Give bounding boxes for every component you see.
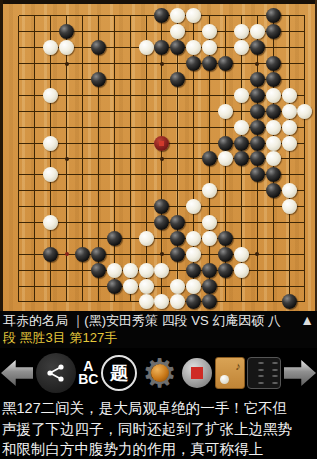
board-cell[interactable] [265,8,281,24]
board-cell[interactable] [265,119,281,135]
board-cell[interactable] [43,294,59,310]
board-cell[interactable] [122,183,138,199]
board-cell[interactable] [43,135,59,151]
board-cell[interactable] [218,103,234,119]
board-cell[interactable] [233,199,249,215]
board-cell[interactable] [297,167,313,183]
board-cell[interactable] [59,72,75,88]
board-cell[interactable] [170,40,186,56]
board-cell[interactable] [106,103,122,119]
board-cell[interactable] [233,135,249,151]
board-cell[interactable] [138,87,154,103]
board-cell[interactable] [154,135,170,151]
board-cell[interactable] [138,215,154,231]
board-view-button[interactable]: ♪ [215,357,245,389]
board-cell[interactable] [233,40,249,56]
board-cell[interactable] [90,278,106,294]
board-cell[interactable] [106,24,122,40]
board-cell[interactable] [170,24,186,40]
board-cell[interactable] [43,199,59,215]
board-cell[interactable] [59,119,75,135]
prev-move-button[interactable] [1,360,33,386]
board-cell[interactable] [233,119,249,135]
board-cell[interactable] [138,262,154,278]
settings-button[interactable]: ⚙ [140,353,180,393]
board-cell[interactable] [138,8,154,24]
board-cell[interactable] [249,246,265,262]
game-list-button[interactable] [247,357,281,389]
board-cell[interactable] [75,294,91,310]
board-cell[interactable] [11,40,27,56]
board-cell[interactable] [154,167,170,183]
board-cell[interactable] [218,199,234,215]
board-cell[interactable] [90,215,106,231]
board-cell[interactable] [138,135,154,151]
board-cell[interactable] [75,151,91,167]
board-cell[interactable] [90,56,106,72]
board-cell[interactable] [75,56,91,72]
board-cell[interactable] [281,56,297,72]
board-cell[interactable] [154,151,170,167]
board-cell[interactable] [75,183,91,199]
board-cell[interactable] [122,262,138,278]
board-cell[interactable] [43,8,59,24]
board-cell[interactable] [281,87,297,103]
board-cell[interactable] [43,278,59,294]
board-cell[interactable] [11,294,27,310]
board-cell[interactable] [122,72,138,88]
board-cell[interactable] [154,183,170,199]
board-cell[interactable] [170,135,186,151]
board-cell[interactable] [281,294,297,310]
board-cell[interactable] [90,183,106,199]
board-cell[interactable] [297,246,313,262]
board-cell[interactable] [75,262,91,278]
board-cell[interactable] [186,215,202,231]
board-cell[interactable] [154,230,170,246]
board-cell[interactable] [11,183,27,199]
board-cell[interactable] [138,151,154,167]
board-cell[interactable] [27,119,43,135]
board-cell[interactable] [170,199,186,215]
board-cell[interactable] [249,294,265,310]
next-move-button[interactable] [284,360,316,386]
board-cell[interactable] [90,103,106,119]
board-cell[interactable] [265,230,281,246]
board-cell[interactable] [75,72,91,88]
board-cell[interactable] [59,40,75,56]
board-cell[interactable] [106,262,122,278]
board-cell[interactable] [90,151,106,167]
board-cell[interactable] [90,230,106,246]
board-cell[interactable] [202,230,218,246]
board-cell[interactable] [297,8,313,24]
board-cell[interactable] [218,215,234,231]
board-cell[interactable] [233,246,249,262]
board-cell[interactable] [186,103,202,119]
board-cell[interactable] [233,278,249,294]
board-cell[interactable] [281,246,297,262]
board-cell[interactable] [122,278,138,294]
board-cell[interactable] [186,278,202,294]
board-cell[interactable] [297,183,313,199]
board-cell[interactable] [27,199,43,215]
board-cell[interactable] [106,183,122,199]
board-cell[interactable] [218,278,234,294]
board-cell[interactable] [90,24,106,40]
board-cell[interactable] [154,199,170,215]
board-cell[interactable] [186,183,202,199]
board-cell[interactable] [281,151,297,167]
board-cell[interactable] [75,278,91,294]
board-cell[interactable] [170,294,186,310]
board-cell[interactable] [202,183,218,199]
board-cell[interactable] [106,56,122,72]
board-cell[interactable] [233,167,249,183]
board-cell[interactable] [122,87,138,103]
board-cell[interactable] [265,40,281,56]
board-cell[interactable] [138,56,154,72]
board-cell[interactable] [106,135,122,151]
board-cell[interactable] [202,40,218,56]
share-button[interactable] [36,353,76,393]
board-cell[interactable] [11,72,27,88]
board-cell[interactable] [27,183,43,199]
board-cell[interactable] [154,278,170,294]
board-cell[interactable] [122,56,138,72]
board-cell[interactable] [59,87,75,103]
board-cell[interactable] [249,230,265,246]
board-cell[interactable] [202,119,218,135]
board-cell[interactable] [11,167,27,183]
board-cell[interactable] [122,40,138,56]
board-cell[interactable] [59,103,75,119]
board-cell[interactable] [59,167,75,183]
board-cell[interactable] [59,8,75,24]
board-cell[interactable] [233,87,249,103]
board-cell[interactable] [90,8,106,24]
board-cell[interactable] [233,72,249,88]
board-cell[interactable] [202,8,218,24]
board-cell[interactable] [75,230,91,246]
board-cell[interactable] [27,262,43,278]
board-cell[interactable] [265,135,281,151]
board-cell[interactable] [27,294,43,310]
board-cell[interactable] [90,135,106,151]
board-cell[interactable] [202,294,218,310]
board-cell[interactable] [154,56,170,72]
collapse-panel-icon[interactable]: ▲ [300,313,314,327]
board-cell[interactable] [186,167,202,183]
board-cell[interactable] [43,119,59,135]
board-cell[interactable] [43,103,59,119]
board-cell[interactable] [122,135,138,151]
board-cell[interactable] [138,40,154,56]
board-cell[interactable] [202,262,218,278]
board-cell[interactable] [106,246,122,262]
board-cell[interactable] [281,262,297,278]
board-cell[interactable] [297,135,313,151]
board-cell[interactable] [186,87,202,103]
board-cell[interactable] [170,183,186,199]
board-cell[interactable] [27,246,43,262]
board-cell[interactable] [138,294,154,310]
board-cell[interactable] [43,87,59,103]
board-cell[interactable] [27,40,43,56]
board-cell[interactable] [59,151,75,167]
board-cell[interactable] [43,72,59,88]
board-cell[interactable] [265,72,281,88]
board-cell[interactable] [59,294,75,310]
labels-abc-button[interactable]: ABC [78,360,98,386]
board-cell[interactable] [202,103,218,119]
board-cell[interactable] [43,40,59,56]
problems-button[interactable]: 题 [101,355,137,391]
board-cell[interactable] [106,199,122,215]
board-cell[interactable] [122,215,138,231]
board-cell[interactable] [138,72,154,88]
board-cell[interactable] [154,294,170,310]
board-cell[interactable] [249,24,265,40]
board-cell[interactable] [11,151,27,167]
board-cell[interactable] [75,246,91,262]
board-cell[interactable] [122,199,138,215]
board-cell[interactable] [59,246,75,262]
board-cell[interactable] [11,199,27,215]
board-cell[interactable] [59,183,75,199]
board-cell[interactable] [233,183,249,199]
board-cell[interactable] [43,230,59,246]
board-cell[interactable] [202,135,218,151]
board-cell[interactable] [265,87,281,103]
board-cell[interactable] [59,135,75,151]
board-cell[interactable] [233,215,249,231]
board-cell[interactable] [27,87,43,103]
board-cell[interactable] [170,8,186,24]
board-cell[interactable] [281,278,297,294]
board-cell[interactable] [218,135,234,151]
board-cell[interactable] [11,246,27,262]
board-cell[interactable] [202,56,218,72]
board-cell[interactable] [297,230,313,246]
board-cell[interactable] [138,183,154,199]
board-cell[interactable] [154,40,170,56]
board-cell[interactable] [122,103,138,119]
board-cell[interactable] [186,72,202,88]
board-cell[interactable] [202,167,218,183]
board-cell[interactable] [281,183,297,199]
board-cell[interactable] [106,167,122,183]
board-cell[interactable] [154,215,170,231]
board-cell[interactable] [297,56,313,72]
board-cell[interactable] [265,56,281,72]
board-cell[interactable] [186,294,202,310]
board-cell[interactable] [186,199,202,215]
board-cell[interactable] [281,119,297,135]
board-cell[interactable] [249,215,265,231]
board-cell[interactable] [27,72,43,88]
board-cell[interactable] [27,24,43,40]
board-cell[interactable] [297,40,313,56]
board-cell[interactable] [249,72,265,88]
board-cell[interactable] [27,8,43,24]
board-cell[interactable] [90,72,106,88]
board-cell[interactable] [297,151,313,167]
board-cell[interactable] [27,167,43,183]
board-cell[interactable] [186,246,202,262]
board-cell[interactable] [202,278,218,294]
board-cell[interactable] [297,87,313,103]
board-cell[interactable] [27,151,43,167]
board-cell[interactable] [265,246,281,262]
board-cell[interactable] [186,24,202,40]
board-cell[interactable] [90,199,106,215]
board-cell[interactable] [297,294,313,310]
board-cell[interactable] [218,230,234,246]
board-cell[interactable] [218,183,234,199]
board-cell[interactable] [265,215,281,231]
board-cell[interactable] [249,40,265,56]
board-cell[interactable] [281,24,297,40]
board-cell[interactable] [249,262,265,278]
board-cell[interactable] [11,103,27,119]
board-cell[interactable] [170,103,186,119]
board-cell[interactable] [11,230,27,246]
board-cell[interactable] [27,230,43,246]
board-cell[interactable] [11,56,27,72]
board-cell[interactable] [281,167,297,183]
board-cell[interactable] [186,40,202,56]
board-cell[interactable] [75,119,91,135]
board-cell[interactable] [75,8,91,24]
board-cell[interactable] [59,24,75,40]
board-cell[interactable] [43,151,59,167]
board-cell[interactable] [281,72,297,88]
board-cell[interactable] [281,215,297,231]
board-cell[interactable] [90,246,106,262]
board-cell[interactable] [202,87,218,103]
board-cell[interactable] [138,246,154,262]
board-cell[interactable] [154,24,170,40]
board-cell[interactable] [186,56,202,72]
board-cell[interactable] [106,278,122,294]
board-cell[interactable] [202,199,218,215]
board-cell[interactable] [186,230,202,246]
board-cell[interactable] [265,278,281,294]
board-cell[interactable] [90,87,106,103]
board-cell[interactable] [90,294,106,310]
board-cell[interactable] [154,72,170,88]
board-cell[interactable] [43,215,59,231]
board-cell[interactable] [186,135,202,151]
board-cell[interactable] [186,151,202,167]
board-cell[interactable] [218,151,234,167]
board-cell[interactable] [122,167,138,183]
board-cell[interactable] [138,230,154,246]
board-cell[interactable] [218,167,234,183]
board-cell[interactable] [297,215,313,231]
board-cell[interactable] [11,262,27,278]
board-cell[interactable] [90,262,106,278]
board-cell[interactable] [249,151,265,167]
board-cell[interactable] [75,135,91,151]
board-cell[interactable] [233,103,249,119]
board-cell[interactable] [27,215,43,231]
board-cell[interactable] [265,294,281,310]
board-cell[interactable] [106,119,122,135]
board-cell[interactable] [106,215,122,231]
board-cell[interactable] [170,87,186,103]
board-cell[interactable] [154,262,170,278]
board-cell[interactable] [90,119,106,135]
board-cell[interactable] [138,199,154,215]
board-cell[interactable] [106,294,122,310]
board-cell[interactable] [170,56,186,72]
board-cell[interactable] [11,278,27,294]
board-cell[interactable] [170,167,186,183]
board-cell[interactable] [297,278,313,294]
board-cell[interactable] [75,24,91,40]
board-cell[interactable] [249,8,265,24]
board-cell[interactable] [233,230,249,246]
board-cell[interactable] [281,103,297,119]
board-cell[interactable] [249,278,265,294]
board-cell[interactable] [75,103,91,119]
board-cell[interactable] [233,8,249,24]
board-cell[interactable] [106,87,122,103]
board-cell[interactable] [281,135,297,151]
board-cell[interactable] [281,199,297,215]
board-cell[interactable] [43,24,59,40]
board-cell[interactable] [43,167,59,183]
board-cell[interactable] [170,278,186,294]
board-cell[interactable] [11,8,27,24]
board-cell[interactable] [249,103,265,119]
board-cell[interactable] [27,56,43,72]
board-cell[interactable] [202,24,218,40]
board-cell[interactable] [11,215,27,231]
board-cell[interactable] [202,151,218,167]
board-cell[interactable] [122,8,138,24]
board-cell[interactable] [202,72,218,88]
board-cell[interactable] [218,246,234,262]
board-cell[interactable] [218,72,234,88]
board-cell[interactable] [233,262,249,278]
board-cell[interactable] [138,103,154,119]
board-cell[interactable] [218,40,234,56]
board-cell[interactable] [218,294,234,310]
board-cell[interactable] [11,119,27,135]
board-cell[interactable] [27,135,43,151]
board-cell[interactable] [75,87,91,103]
board-cell[interactable] [170,72,186,88]
board-cell[interactable] [122,230,138,246]
board-cell[interactable] [75,40,91,56]
board-cell[interactable] [11,24,27,40]
board-cell[interactable] [218,87,234,103]
record-button[interactable] [182,358,212,388]
board-cell[interactable] [265,167,281,183]
board-cell[interactable] [75,199,91,215]
board-cell[interactable] [106,40,122,56]
board-cell[interactable] [297,119,313,135]
board-cell[interactable] [138,24,154,40]
board-cell[interactable] [122,246,138,262]
board-cell[interactable] [233,294,249,310]
board-cell[interactable] [27,278,43,294]
board-cell[interactable] [11,87,27,103]
board-cell[interactable] [233,56,249,72]
